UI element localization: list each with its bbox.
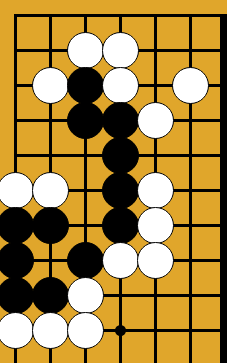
white-stone <box>137 102 174 139</box>
board-right-edge <box>220 14 227 363</box>
white-stone <box>137 242 174 279</box>
white-stone <box>67 312 104 349</box>
black-stone <box>32 207 69 244</box>
white-stone <box>67 32 104 69</box>
white-stone <box>137 172 174 209</box>
black-stone <box>0 242 34 279</box>
black-stone <box>102 207 139 244</box>
white-stone <box>32 312 69 349</box>
white-stone <box>67 277 104 314</box>
grid-line-vertical <box>189 14 192 363</box>
black-stone <box>102 137 139 174</box>
black-stone <box>32 277 69 314</box>
white-stone <box>32 172 69 209</box>
white-stone <box>172 67 209 104</box>
white-stone <box>137 207 174 244</box>
go-board[interactable] <box>0 0 227 363</box>
star-point <box>115 325 126 336</box>
white-stone <box>0 172 34 209</box>
black-stone <box>0 277 34 314</box>
black-stone <box>102 102 139 139</box>
black-stone <box>67 102 104 139</box>
black-stone <box>0 207 34 244</box>
black-stone <box>67 242 104 279</box>
white-stone <box>32 67 69 104</box>
black-stone <box>102 172 139 209</box>
white-stone <box>0 312 34 349</box>
white-stone <box>102 67 139 104</box>
white-stone <box>102 242 139 279</box>
black-stone <box>67 67 104 104</box>
white-stone <box>102 32 139 69</box>
